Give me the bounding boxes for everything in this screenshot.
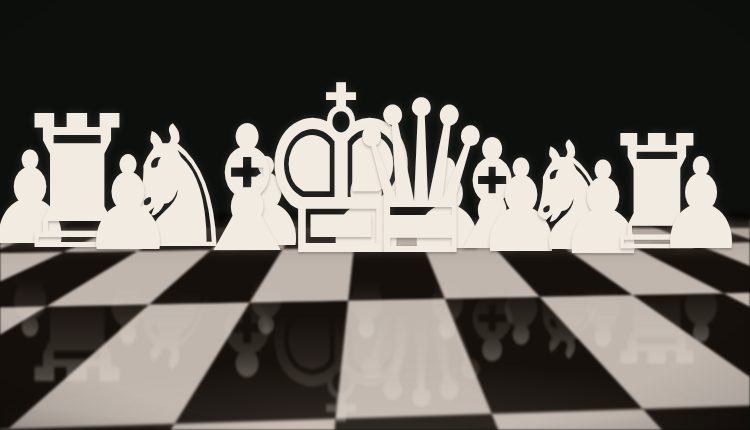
piece-row: ♟♜♞♟♟♝♟♚♟♛♝♟♞♟♜♟ bbox=[0, 0, 750, 430]
chess-photo-scene: ♟♜♞♟♟♝♟♚♟♛♝♟♞♟♜♟ ♟♜♞♟♟♝♟♚♟♛♝♟♞♟♜♟ bbox=[0, 0, 750, 430]
white-pawn: ♟ bbox=[80, 139, 176, 269]
white-pawn: ♟ bbox=[655, 142, 748, 268]
